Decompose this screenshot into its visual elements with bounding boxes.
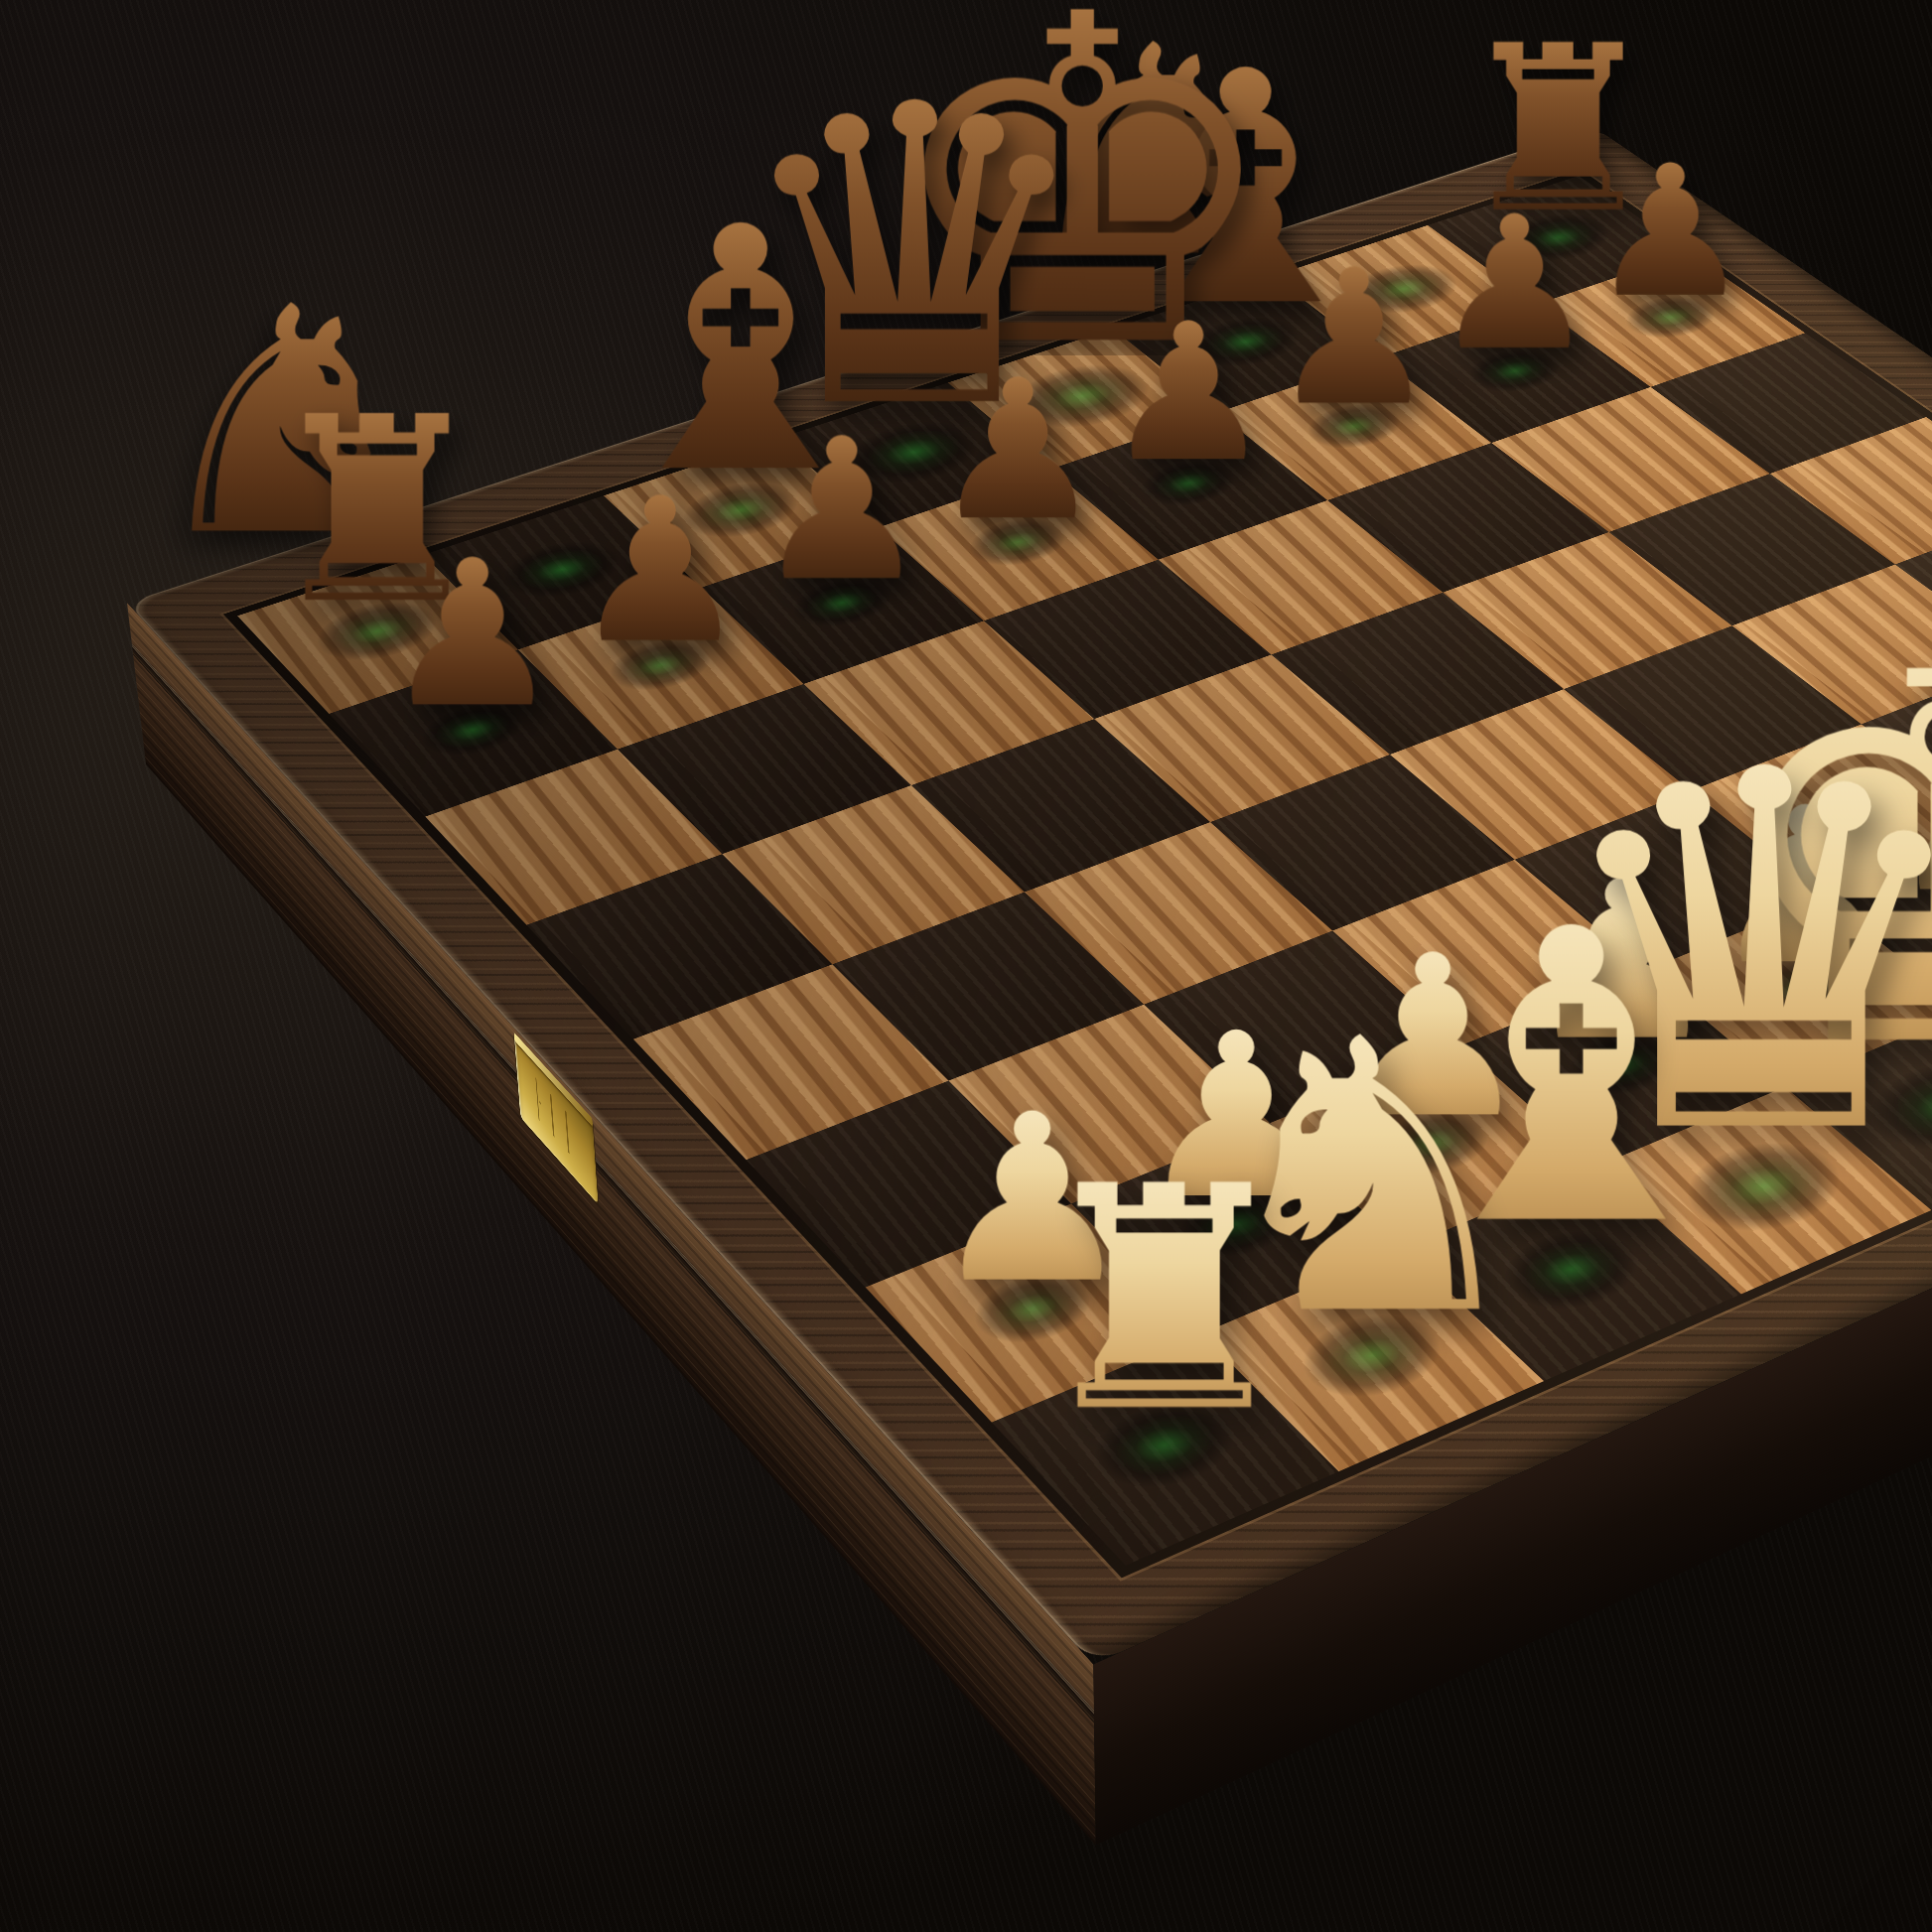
scene-3d: ♜♞♝♛♚♝♞♜♟♟♟♟♟♟♟♟♟♟♟♟♟♟♟♟♜♞♝♛♚♝♞♜ <box>0 0 1932 1932</box>
photo-canvas: ♜♞♝♛♚♝♞♜♟♟♟♟♟♟♟♟♟♟♟♟♟♟♟♟♜♞♝♛♚♝♞♜ <box>0 0 1932 1932</box>
glyph-rook-icon: ♜ <box>1027 1146 1303 1453</box>
chess-box: ♜♞♝♛♚♝♞♜♟♟♟♟♟♟♟♟♟♟♟♟♟♟♟♟♜♞♝♛♚♝♞♜ <box>127 127 1932 1664</box>
